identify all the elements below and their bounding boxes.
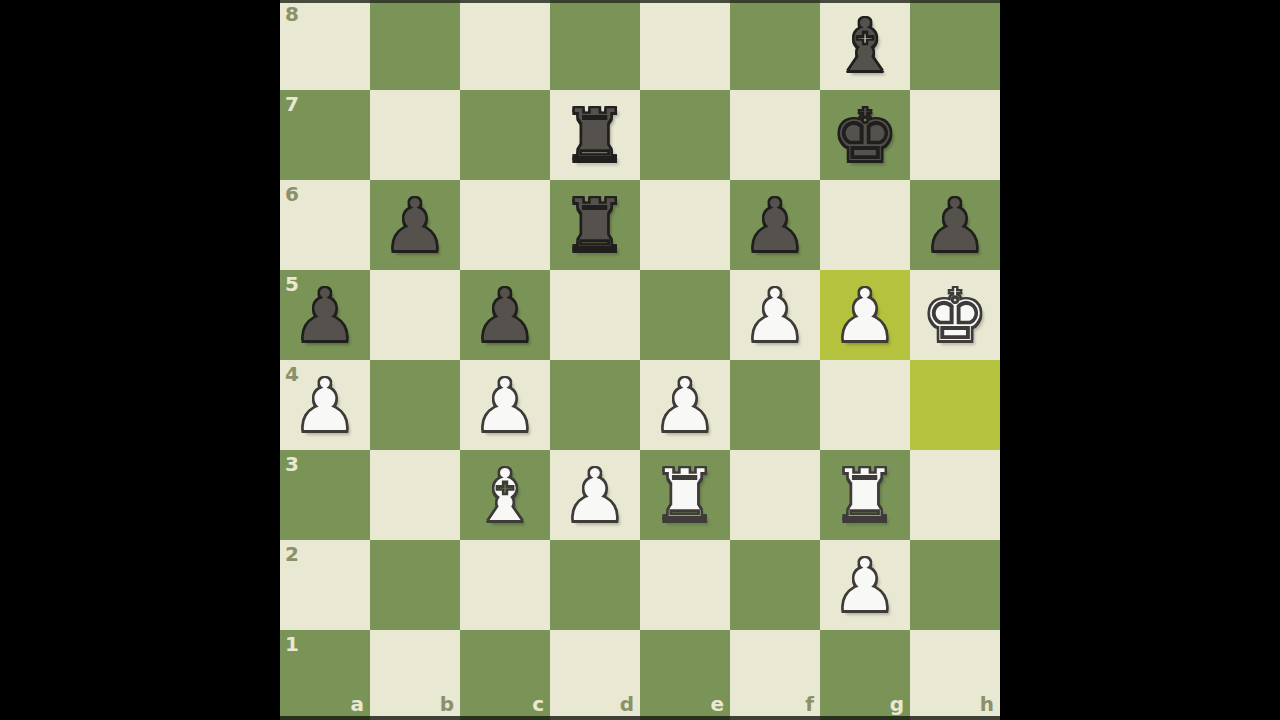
square-g7[interactable]: ♚: [820, 90, 910, 180]
square-f8[interactable]: [730, 0, 820, 90]
black-pawn-c5[interactable]: ♟: [472, 270, 538, 360]
white-pawn-g5[interactable]: ♟: [832, 270, 898, 360]
white-pawn-d3[interactable]: ♟: [562, 450, 628, 540]
square-a3[interactable]: 3: [280, 450, 370, 540]
white-pawn-c4[interactable]: ♟: [472, 360, 538, 450]
black-rook-d7[interactable]: ♜: [562, 90, 628, 180]
square-g3[interactable]: ♜: [820, 450, 910, 540]
square-h5[interactable]: ♚: [910, 270, 1000, 360]
black-pawn-f6[interactable]: ♟: [742, 180, 808, 270]
square-d4[interactable]: [550, 360, 640, 450]
square-c5[interactable]: ♟: [460, 270, 550, 360]
square-d3[interactable]: ♟: [550, 450, 640, 540]
square-d5[interactable]: [550, 270, 640, 360]
square-h3[interactable]: [910, 450, 1000, 540]
square-f6[interactable]: ♟: [730, 180, 820, 270]
square-b3[interactable]: [370, 450, 460, 540]
white-king-h5[interactable]: ♚: [922, 270, 988, 360]
file-label-h: h: [980, 692, 994, 716]
square-d1[interactable]: d: [550, 630, 640, 720]
file-label-d: d: [620, 692, 634, 716]
square-a7[interactable]: 7: [280, 90, 370, 180]
rank-label-4: 4: [285, 362, 299, 386]
chess-board: 8♝7♜♚6♟♜♟♟5♟♟♟♟♚4♟♟♟3♝♟♜♜2♟1abcdefgh: [280, 0, 1000, 720]
square-b7[interactable]: [370, 90, 460, 180]
square-c2[interactable]: [460, 540, 550, 630]
square-a1[interactable]: 1a: [280, 630, 370, 720]
file-label-g: g: [890, 692, 904, 716]
black-bishop-g8[interactable]: ♝: [832, 0, 898, 90]
square-a6[interactable]: 6: [280, 180, 370, 270]
square-e2[interactable]: [640, 540, 730, 630]
square-f1[interactable]: f: [730, 630, 820, 720]
file-label-c: c: [532, 692, 544, 716]
white-bishop-c3[interactable]: ♝: [472, 450, 538, 540]
black-pawn-h6[interactable]: ♟: [922, 180, 988, 270]
square-h8[interactable]: [910, 0, 1000, 90]
rank-label-3: 3: [285, 452, 299, 476]
square-g1[interactable]: g: [820, 630, 910, 720]
rank-label-6: 6: [285, 182, 299, 206]
square-f3[interactable]: [730, 450, 820, 540]
square-d6[interactable]: ♜: [550, 180, 640, 270]
white-pawn-a4[interactable]: ♟: [292, 360, 358, 450]
square-f7[interactable]: [730, 90, 820, 180]
file-label-e: e: [710, 692, 724, 716]
square-h2[interactable]: [910, 540, 1000, 630]
black-pawn-a5[interactable]: ♟: [292, 270, 358, 360]
square-a2[interactable]: 2: [280, 540, 370, 630]
square-b2[interactable]: [370, 540, 460, 630]
black-pawn-b6[interactable]: ♟: [382, 180, 448, 270]
square-b1[interactable]: b: [370, 630, 460, 720]
square-g5[interactable]: ♟: [820, 270, 910, 360]
white-pawn-g2[interactable]: ♟: [832, 540, 898, 630]
square-g4[interactable]: [820, 360, 910, 450]
rank-label-8: 8: [285, 2, 299, 26]
file-label-f: f: [805, 692, 814, 716]
square-c4[interactable]: ♟: [460, 360, 550, 450]
square-c3[interactable]: ♝: [460, 450, 550, 540]
square-f2[interactable]: [730, 540, 820, 630]
square-g2[interactable]: ♟: [820, 540, 910, 630]
rank-label-2: 2: [285, 542, 299, 566]
square-b4[interactable]: [370, 360, 460, 450]
square-g6[interactable]: [820, 180, 910, 270]
white-pawn-f5[interactable]: ♟: [742, 270, 808, 360]
square-b8[interactable]: [370, 0, 460, 90]
square-a8[interactable]: 8: [280, 0, 370, 90]
square-d8[interactable]: [550, 0, 640, 90]
file-label-b: b: [440, 692, 454, 716]
white-pawn-e4[interactable]: ♟: [652, 360, 718, 450]
black-rook-d6[interactable]: ♜: [562, 180, 628, 270]
square-b6[interactable]: ♟: [370, 180, 460, 270]
square-f5[interactable]: ♟: [730, 270, 820, 360]
white-rook-g3[interactable]: ♜: [832, 450, 898, 540]
rank-label-1: 1: [285, 632, 299, 656]
square-h4[interactable]: [910, 360, 1000, 450]
square-d2[interactable]: [550, 540, 640, 630]
file-label-a: a: [351, 692, 365, 716]
square-a4[interactable]: 4♟: [280, 360, 370, 450]
square-g8[interactable]: ♝: [820, 0, 910, 90]
square-f4[interactable]: [730, 360, 820, 450]
square-h1[interactable]: h: [910, 630, 1000, 720]
rank-label-7: 7: [285, 92, 299, 116]
black-king-g7[interactable]: ♚: [832, 90, 898, 180]
square-e5[interactable]: [640, 270, 730, 360]
square-c6[interactable]: [460, 180, 550, 270]
square-e1[interactable]: e: [640, 630, 730, 720]
square-e4[interactable]: ♟: [640, 360, 730, 450]
square-h6[interactable]: ♟: [910, 180, 1000, 270]
square-c8[interactable]: [460, 0, 550, 90]
square-b5[interactable]: [370, 270, 460, 360]
rank-label-5: 5: [285, 272, 299, 296]
square-h7[interactable]: [910, 90, 1000, 180]
square-c1[interactable]: c: [460, 630, 550, 720]
square-e3[interactable]: ♜: [640, 450, 730, 540]
white-rook-e3[interactable]: ♜: [652, 450, 718, 540]
square-d7[interactable]: ♜: [550, 90, 640, 180]
board-bottom-edge: [280, 716, 1000, 720]
square-e6[interactable]: [640, 180, 730, 270]
square-c7[interactable]: [460, 90, 550, 180]
square-e8[interactable]: [640, 0, 730, 90]
square-a5[interactable]: 5♟: [280, 270, 370, 360]
square-e7[interactable]: [640, 90, 730, 180]
board-top-edge: [280, 0, 1000, 3]
